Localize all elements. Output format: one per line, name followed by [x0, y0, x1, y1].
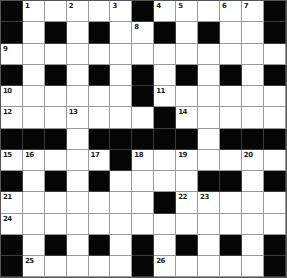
cell-r8c11[interactable] [242, 171, 264, 192]
block-cell-r6c5 [110, 129, 132, 150]
cell-r2c4[interactable] [89, 44, 111, 65]
cell-r10c10[interactable] [220, 214, 242, 235]
block-cell-r6c4 [89, 129, 111, 150]
cell-r8c5[interactable] [110, 171, 132, 192]
block-cell-r1c4 [89, 22, 111, 43]
block-cell-r5c7 [154, 107, 176, 128]
cell-r10c2[interactable] [45, 214, 67, 235]
cell-r5c4[interactable] [89, 107, 111, 128]
cell-r9c11[interactable] [242, 192, 264, 213]
cell-r0c7[interactable]: 4 [154, 1, 176, 22]
block-cell-r1c9 [198, 22, 220, 43]
cell-r9c12[interactable] [264, 192, 286, 213]
crossword-page: 1234567891011121314151617181920212223242… [0, 0, 287, 278]
cell-r7c10[interactable] [220, 150, 242, 171]
block-cell-r8c2 [45, 171, 67, 192]
cell-r4c11[interactable] [242, 86, 264, 107]
cell-r0c11[interactable]: 7 [242, 1, 264, 22]
clue-number: 2 [69, 2, 73, 10]
clue-number: 21 [3, 193, 12, 201]
block-cell-r7c5 [110, 150, 132, 171]
crossword-board: 1234567891011121314151617181920212223242… [0, 0, 287, 278]
cell-r2c5[interactable] [110, 44, 132, 65]
block-cell-r3c6 [132, 65, 154, 86]
cell-r8c1[interactable] [23, 171, 45, 192]
block-cell-r6c0 [1, 129, 23, 150]
clue-number: 5 [178, 2, 182, 10]
block-cell-r1c0 [1, 22, 23, 43]
cell-r5c8[interactable]: 14 [176, 107, 198, 128]
cell-r11c3[interactable] [67, 235, 89, 256]
cell-r4c12[interactable] [264, 86, 286, 107]
cell-r10c1[interactable] [23, 214, 45, 235]
block-cell-r12c0 [1, 256, 23, 277]
cell-r9c9[interactable]: 23 [198, 192, 220, 213]
cell-r1c6[interactable]: 8 [132, 22, 154, 43]
clue-number: 20 [244, 151, 253, 159]
block-cell-r3c12 [264, 65, 286, 86]
clue-number: 10 [3, 87, 12, 95]
cell-r5c3[interactable]: 13 [67, 107, 89, 128]
block-cell-r0c0 [1, 1, 23, 22]
cell-r1c10[interactable] [220, 22, 242, 43]
cell-r9c2[interactable] [45, 192, 67, 213]
clue-number: 3 [112, 2, 116, 10]
cell-r8c7[interactable] [154, 171, 176, 192]
block-cell-r0c6 [132, 1, 154, 22]
cell-r12c9[interactable] [198, 256, 220, 277]
block-cell-r8c9 [198, 171, 220, 192]
cell-r4c2[interactable] [45, 86, 67, 107]
cell-r9c3[interactable] [67, 192, 89, 213]
block-cell-r3c8 [176, 65, 198, 86]
cell-r2c7[interactable] [154, 44, 176, 65]
clue-number: 18 [134, 151, 143, 159]
cell-r4c3[interactable] [67, 86, 89, 107]
cell-r0c1[interactable]: 1 [23, 1, 45, 22]
cell-r5c2[interactable] [45, 107, 67, 128]
cell-r4c10[interactable] [220, 86, 242, 107]
block-cell-r6c2 [45, 129, 67, 150]
block-cell-r6c6 [132, 129, 154, 150]
cell-r10c0[interactable]: 24 [1, 214, 23, 235]
cell-r0c3[interactable]: 2 [67, 1, 89, 22]
clue-number: 4 [156, 2, 160, 10]
block-cell-r11c6 [132, 235, 154, 256]
cell-r7c1[interactable]: 16 [23, 150, 45, 171]
block-cell-r1c2 [45, 22, 67, 43]
cell-r12c7[interactable]: 26 [154, 256, 176, 277]
cell-r10c7[interactable] [154, 214, 176, 235]
cell-r7c0[interactable]: 15 [1, 150, 23, 171]
cell-r2c9[interactable] [198, 44, 220, 65]
cell-r5c11[interactable] [242, 107, 264, 128]
cell-r9c1[interactable] [23, 192, 45, 213]
clue-number: 26 [156, 257, 165, 265]
block-cell-r6c12 [264, 129, 286, 150]
clue-number: 14 [178, 108, 187, 116]
clue-number: 15 [3, 151, 12, 159]
cell-r3c11[interactable] [242, 65, 264, 86]
cell-r5c6[interactable] [132, 107, 154, 128]
clue-number: 19 [178, 151, 187, 159]
block-cell-r11c8 [176, 235, 198, 256]
clue-number: 11 [156, 87, 165, 95]
block-cell-r1c7 [154, 22, 176, 43]
cell-r2c12[interactable] [264, 44, 286, 65]
block-cell-r11c12 [264, 235, 286, 256]
block-cell-r1c12 [264, 22, 286, 43]
clue-number: 25 [25, 257, 34, 265]
cell-r12c5[interactable] [110, 256, 132, 277]
cell-r8c6[interactable] [132, 171, 154, 192]
cell-r11c11[interactable] [242, 235, 264, 256]
cell-r12c10[interactable] [220, 256, 242, 277]
cell-r0c2[interactable] [45, 1, 67, 22]
block-cell-r8c0 [1, 171, 23, 192]
cell-r3c1[interactable] [23, 65, 45, 86]
cell-r2c10[interactable] [220, 44, 242, 65]
cell-r4c0[interactable]: 10 [1, 86, 23, 107]
cell-r2c11[interactable] [242, 44, 264, 65]
cell-r7c3[interactable] [67, 150, 89, 171]
cell-r5c1[interactable] [23, 107, 45, 128]
cell-r9c8[interactable]: 22 [176, 192, 198, 213]
cell-r2c6[interactable] [132, 44, 154, 65]
cell-r2c2[interactable] [45, 44, 67, 65]
cell-r7c9[interactable] [198, 150, 220, 171]
cell-r10c3[interactable] [67, 214, 89, 235]
cell-r2c1[interactable] [23, 44, 45, 65]
cell-r10c6[interactable] [132, 214, 154, 235]
cell-r5c5[interactable] [110, 107, 132, 128]
cell-r7c6[interactable]: 18 [132, 150, 154, 171]
clue-number: 9 [3, 45, 7, 53]
clue-number: 16 [25, 151, 34, 159]
cell-r0c4[interactable] [89, 1, 111, 22]
cell-r2c3[interactable] [67, 44, 89, 65]
block-cell-r6c1 [23, 129, 45, 150]
cell-r7c7[interactable] [154, 150, 176, 171]
cell-r10c9[interactable] [198, 214, 220, 235]
block-cell-r11c0 [1, 235, 23, 256]
block-cell-r3c10 [220, 65, 242, 86]
block-cell-r8c12 [264, 171, 286, 192]
clue-number: 6 [222, 2, 226, 10]
clue-number: 17 [91, 151, 100, 159]
cell-r7c2[interactable] [45, 150, 67, 171]
cell-r10c8[interactable] [176, 214, 198, 235]
cell-r0c8[interactable]: 5 [176, 1, 198, 22]
cell-r11c9[interactable] [198, 235, 220, 256]
cell-r5c9[interactable] [198, 107, 220, 128]
block-cell-r3c0 [1, 65, 23, 86]
cell-r12c1[interactable]: 25 [23, 256, 45, 277]
cell-r7c8[interactable]: 19 [176, 150, 198, 171]
cell-r4c5[interactable] [110, 86, 132, 107]
block-cell-r6c11 [242, 129, 264, 150]
cell-r9c10[interactable] [220, 192, 242, 213]
cell-r9c5[interactable] [110, 192, 132, 213]
cell-r11c1[interactable] [23, 235, 45, 256]
block-cell-r4c6 [132, 86, 154, 107]
cell-r1c8[interactable] [176, 22, 198, 43]
clue-number: 22 [178, 193, 187, 201]
cell-r6c3[interactable] [67, 129, 89, 150]
cell-r12c11[interactable] [242, 256, 264, 277]
block-cell-r6c7 [154, 129, 176, 150]
block-cell-r8c10 [220, 171, 242, 192]
cell-r4c7[interactable]: 11 [154, 86, 176, 107]
cell-r0c9[interactable] [198, 1, 220, 22]
cell-r3c7[interactable] [154, 65, 176, 86]
cell-r10c11[interactable] [242, 214, 264, 235]
block-cell-r9c7 [154, 192, 176, 213]
block-cell-r3c2 [45, 65, 67, 86]
cell-r10c12[interactable] [264, 214, 286, 235]
cell-r5c12[interactable] [264, 107, 286, 128]
cell-r10c4[interactable] [89, 214, 111, 235]
clue-number: 23 [200, 193, 209, 201]
block-cell-r11c2 [45, 235, 67, 256]
clue-number: 24 [3, 215, 12, 223]
cell-r3c5[interactable] [110, 65, 132, 86]
block-cell-r12c6 [132, 256, 154, 277]
cell-r7c12[interactable] [264, 150, 286, 171]
cell-r6c9[interactable] [198, 129, 220, 150]
cell-r1c5[interactable] [110, 22, 132, 43]
block-cell-r11c4 [89, 235, 111, 256]
cell-r4c8[interactable] [176, 86, 198, 107]
cell-r3c9[interactable] [198, 65, 220, 86]
cell-r4c4[interactable] [89, 86, 111, 107]
cell-r2c0[interactable]: 9 [1, 44, 23, 65]
block-cell-r8c4 [89, 171, 111, 192]
block-cell-r0c12 [264, 1, 286, 22]
block-cell-r6c8 [176, 129, 198, 150]
cell-r5c10[interactable] [220, 107, 242, 128]
cell-r11c5[interactable] [110, 235, 132, 256]
clue-number: 8 [134, 23, 138, 31]
cell-r5c0[interactable]: 12 [1, 107, 23, 128]
clue-number: 13 [69, 108, 78, 116]
cell-r11c7[interactable] [154, 235, 176, 256]
cell-r4c1[interactable] [23, 86, 45, 107]
cell-r0c5[interactable]: 3 [110, 1, 132, 22]
cell-r9c0[interactable]: 21 [1, 192, 23, 213]
cell-r9c6[interactable] [132, 192, 154, 213]
cell-r0c10[interactable]: 6 [220, 1, 242, 22]
clue-number: 7 [244, 2, 248, 10]
cell-r4c9[interactable] [198, 86, 220, 107]
block-cell-r12c12 [264, 256, 286, 277]
cell-r7c4[interactable]: 17 [89, 150, 111, 171]
block-cell-r11c10 [220, 235, 242, 256]
cell-r2c8[interactable] [176, 44, 198, 65]
block-cell-r3c4 [89, 65, 111, 86]
clue-number: 12 [3, 108, 12, 116]
cell-r9c4[interactable] [89, 192, 111, 213]
cell-r3c3[interactable] [67, 65, 89, 86]
cell-r7c11[interactable]: 20 [242, 150, 264, 171]
cell-r1c1[interactable] [23, 22, 45, 43]
cell-r12c4[interactable] [89, 256, 111, 277]
block-cell-r6c10 [220, 129, 242, 150]
cell-r1c3[interactable] [67, 22, 89, 43]
cell-r12c2[interactable] [45, 256, 67, 277]
cell-r8c8[interactable] [176, 171, 198, 192]
cell-r12c3[interactable] [67, 256, 89, 277]
clue-number: 1 [25, 2, 29, 10]
cell-r10c5[interactable] [110, 214, 132, 235]
cell-r12c8[interactable] [176, 256, 198, 277]
cell-r8c3[interactable] [67, 171, 89, 192]
cell-r1c11[interactable] [242, 22, 264, 43]
